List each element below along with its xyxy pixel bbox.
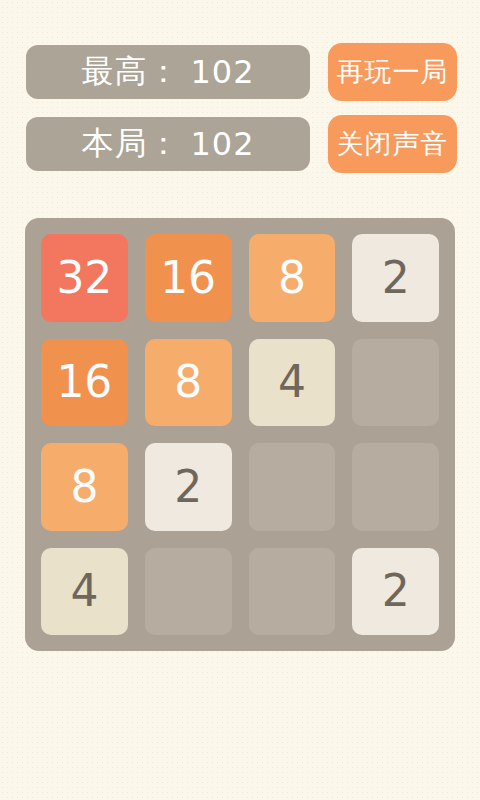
tile-16: 16 xyxy=(41,339,128,427)
tile-16: 16 xyxy=(145,234,232,322)
current-score-value: 102 xyxy=(190,125,254,163)
tile-2: 2 xyxy=(145,443,232,531)
empty-cell xyxy=(249,548,336,636)
tile-2: 2 xyxy=(352,234,439,322)
tile-8: 8 xyxy=(249,234,336,322)
play-again-label: 再玩一局 xyxy=(337,54,449,90)
play-again-button[interactable]: 再玩一局 xyxy=(328,43,457,101)
mute-sound-label: 关闭声音 xyxy=(337,126,449,162)
tile-4: 4 xyxy=(249,339,336,427)
tile-2: 2 xyxy=(352,548,439,636)
empty-cell xyxy=(352,339,439,427)
current-score-panel: 本局：102 xyxy=(26,117,310,171)
empty-cell xyxy=(145,548,232,636)
empty-cell xyxy=(249,443,336,531)
tile-8: 8 xyxy=(41,443,128,531)
game-board[interactable]: 32168216848242 xyxy=(25,218,455,651)
tile-4: 4 xyxy=(41,548,128,636)
empty-cell xyxy=(352,443,439,531)
tile-32: 32 xyxy=(41,234,128,322)
mute-sound-button[interactable]: 关闭声音 xyxy=(328,115,457,173)
current-score-label: 本局： xyxy=(81,122,180,166)
tile-8: 8 xyxy=(145,339,232,427)
best-score-label: 最高： xyxy=(81,50,180,94)
best-score-value: 102 xyxy=(190,53,254,91)
best-score-panel: 最高：102 xyxy=(26,45,310,99)
